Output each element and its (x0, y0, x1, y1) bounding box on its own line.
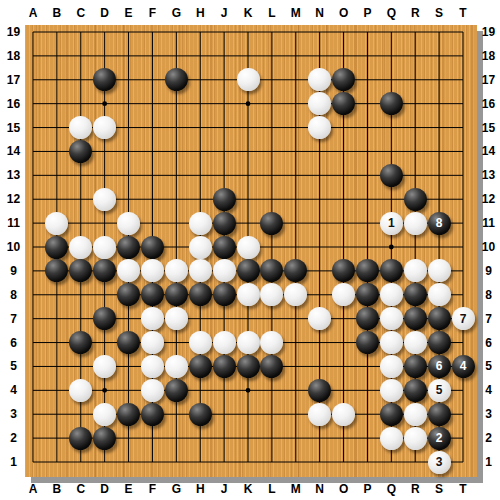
intersection-D13[interactable] (93, 163, 117, 187)
intersection-H19[interactable] (188, 20, 212, 44)
intersection-N10[interactable] (308, 235, 332, 259)
intersection-C12[interactable] (69, 187, 93, 211)
intersection-K14[interactable] (236, 139, 260, 163)
intersection-L1[interactable] (260, 450, 284, 474)
intersection-S4[interactable]: 5 (427, 378, 451, 402)
intersection-B16[interactable] (45, 92, 69, 116)
intersection-Q3[interactable] (379, 402, 403, 426)
intersection-C8[interactable] (69, 283, 93, 307)
intersection-D16[interactable] (93, 92, 117, 116)
intersection-B14[interactable] (45, 139, 69, 163)
intersection-H12[interactable] (188, 187, 212, 211)
intersection-M13[interactable] (284, 163, 308, 187)
intersection-H5[interactable] (188, 354, 212, 378)
intersection-A4[interactable] (21, 378, 45, 402)
intersection-E10[interactable] (117, 235, 141, 259)
intersection-M18[interactable] (284, 44, 308, 68)
intersection-A17[interactable] (21, 68, 45, 92)
intersection-B9[interactable] (45, 259, 69, 283)
intersection-Q19[interactable] (379, 20, 403, 44)
intersection-K15[interactable] (236, 116, 260, 140)
intersection-Q14[interactable] (379, 139, 403, 163)
intersection-H3[interactable] (188, 402, 212, 426)
intersection-Q16[interactable] (379, 92, 403, 116)
intersection-K11[interactable] (236, 211, 260, 235)
intersection-M17[interactable] (284, 68, 308, 92)
intersection-R14[interactable] (403, 139, 427, 163)
intersection-F17[interactable] (140, 68, 164, 92)
intersection-E15[interactable] (117, 116, 141, 140)
intersection-D10[interactable] (93, 235, 117, 259)
intersection-C18[interactable] (69, 44, 93, 68)
intersection-S17[interactable] (427, 68, 451, 92)
intersection-S12[interactable] (427, 187, 451, 211)
intersection-R5[interactable] (403, 354, 427, 378)
intersection-N16[interactable] (308, 92, 332, 116)
intersection-N11[interactable] (308, 211, 332, 235)
intersection-N17[interactable] (308, 68, 332, 92)
intersection-J10[interactable] (212, 235, 236, 259)
intersection-Q13[interactable] (379, 163, 403, 187)
intersection-F19[interactable] (140, 20, 164, 44)
intersection-L4[interactable] (260, 378, 284, 402)
intersection-B4[interactable] (45, 378, 69, 402)
intersection-O1[interactable] (332, 450, 356, 474)
intersection-O11[interactable] (332, 211, 356, 235)
intersection-Q8[interactable] (379, 283, 403, 307)
intersection-O3[interactable] (332, 402, 356, 426)
intersection-N6[interactable] (308, 331, 332, 355)
intersection-G1[interactable] (164, 450, 188, 474)
intersection-N1[interactable] (308, 450, 332, 474)
intersection-S8[interactable] (427, 283, 451, 307)
intersection-M10[interactable] (284, 235, 308, 259)
intersection-T13[interactable] (451, 163, 475, 187)
intersection-G18[interactable] (164, 44, 188, 68)
intersection-C17[interactable] (69, 68, 93, 92)
intersection-T19[interactable] (451, 20, 475, 44)
intersection-M11[interactable] (284, 211, 308, 235)
intersection-C7[interactable] (69, 307, 93, 331)
intersection-Q5[interactable] (379, 354, 403, 378)
intersection-F11[interactable] (140, 211, 164, 235)
intersection-T17[interactable] (451, 68, 475, 92)
intersection-H1[interactable] (188, 450, 212, 474)
intersection-P9[interactable] (355, 259, 379, 283)
intersection-H16[interactable] (188, 92, 212, 116)
intersection-K19[interactable] (236, 20, 260, 44)
intersection-D1[interactable] (93, 450, 117, 474)
intersection-M15[interactable] (284, 116, 308, 140)
intersection-F3[interactable] (140, 402, 164, 426)
intersection-B12[interactable] (45, 187, 69, 211)
intersection-S13[interactable] (427, 163, 451, 187)
intersection-O10[interactable] (332, 235, 356, 259)
intersection-N5[interactable] (308, 354, 332, 378)
intersection-P12[interactable] (355, 187, 379, 211)
intersection-D18[interactable] (93, 44, 117, 68)
intersection-B2[interactable] (45, 426, 69, 450)
intersection-D17[interactable] (93, 68, 117, 92)
intersection-H9[interactable] (188, 259, 212, 283)
intersection-E3[interactable] (117, 402, 141, 426)
intersection-P10[interactable] (355, 235, 379, 259)
intersection-M7[interactable] (284, 307, 308, 331)
intersection-B18[interactable] (45, 44, 69, 68)
intersection-E5[interactable] (117, 354, 141, 378)
intersection-T1[interactable] (451, 450, 475, 474)
intersection-H7[interactable] (188, 307, 212, 331)
intersection-S1[interactable]: 3 (427, 450, 451, 474)
intersection-C3[interactable] (69, 402, 93, 426)
intersection-G5[interactable] (164, 354, 188, 378)
intersection-E9[interactable] (117, 259, 141, 283)
intersection-K2[interactable] (236, 426, 260, 450)
intersection-B10[interactable] (45, 235, 69, 259)
intersection-G14[interactable] (164, 139, 188, 163)
intersection-B13[interactable] (45, 163, 69, 187)
intersection-N3[interactable] (308, 402, 332, 426)
intersection-T12[interactable] (451, 187, 475, 211)
intersection-E16[interactable] (117, 92, 141, 116)
intersection-J12[interactable] (212, 187, 236, 211)
intersection-H2[interactable] (188, 426, 212, 450)
intersection-T5[interactable]: 4 (451, 354, 475, 378)
intersection-N4[interactable] (308, 378, 332, 402)
intersection-M2[interactable] (284, 426, 308, 450)
intersection-R15[interactable] (403, 116, 427, 140)
intersection-A5[interactable] (21, 354, 45, 378)
intersection-H10[interactable] (188, 235, 212, 259)
intersection-H4[interactable] (188, 378, 212, 402)
intersection-E11[interactable] (117, 211, 141, 235)
intersection-K12[interactable] (236, 187, 260, 211)
intersection-Q11[interactable]: 1 (379, 211, 403, 235)
intersection-C11[interactable] (69, 211, 93, 235)
intersection-A6[interactable] (21, 331, 45, 355)
intersection-F18[interactable] (140, 44, 164, 68)
intersection-H18[interactable] (188, 44, 212, 68)
intersection-P19[interactable] (355, 20, 379, 44)
intersection-P13[interactable] (355, 163, 379, 187)
intersection-L15[interactable] (260, 116, 284, 140)
intersection-C15[interactable] (69, 116, 93, 140)
intersection-O2[interactable] (332, 426, 356, 450)
intersection-C1[interactable] (69, 450, 93, 474)
intersection-M14[interactable] (284, 139, 308, 163)
intersection-F7[interactable] (140, 307, 164, 331)
intersection-P3[interactable] (355, 402, 379, 426)
intersection-L17[interactable] (260, 68, 284, 92)
intersection-T2[interactable] (451, 426, 475, 450)
intersection-P17[interactable] (355, 68, 379, 92)
intersection-K1[interactable] (236, 450, 260, 474)
intersection-K18[interactable] (236, 44, 260, 68)
intersection-E14[interactable] (117, 139, 141, 163)
intersection-C16[interactable] (69, 92, 93, 116)
intersection-E19[interactable] (117, 20, 141, 44)
intersection-H17[interactable] (188, 68, 212, 92)
intersection-C5[interactable] (69, 354, 93, 378)
intersection-J4[interactable] (212, 378, 236, 402)
intersection-R12[interactable] (403, 187, 427, 211)
intersection-F4[interactable] (140, 378, 164, 402)
intersection-Q9[interactable] (379, 259, 403, 283)
intersection-T8[interactable] (451, 283, 475, 307)
intersection-E13[interactable] (117, 163, 141, 187)
intersection-S15[interactable] (427, 116, 451, 140)
intersection-G7[interactable] (164, 307, 188, 331)
intersection-N19[interactable] (308, 20, 332, 44)
intersection-C4[interactable] (69, 378, 93, 402)
intersection-M5[interactable] (284, 354, 308, 378)
intersection-T7[interactable]: 7 (451, 307, 475, 331)
intersection-P15[interactable] (355, 116, 379, 140)
intersection-G9[interactable] (164, 259, 188, 283)
intersection-T10[interactable] (451, 235, 475, 259)
intersection-N2[interactable] (308, 426, 332, 450)
intersection-G19[interactable] (164, 20, 188, 44)
intersection-S19[interactable] (427, 20, 451, 44)
intersection-F6[interactable] (140, 331, 164, 355)
intersection-D6[interactable] (93, 331, 117, 355)
intersection-M12[interactable] (284, 187, 308, 211)
intersection-J1[interactable] (212, 450, 236, 474)
intersection-L16[interactable] (260, 92, 284, 116)
intersection-H11[interactable] (188, 211, 212, 235)
intersection-P11[interactable] (355, 211, 379, 235)
intersection-D9[interactable] (93, 259, 117, 283)
intersection-L7[interactable] (260, 307, 284, 331)
intersection-J15[interactable] (212, 116, 236, 140)
intersection-D12[interactable] (93, 187, 117, 211)
intersection-D4[interactable] (93, 378, 117, 402)
intersection-O9[interactable] (332, 259, 356, 283)
intersection-F5[interactable] (140, 354, 164, 378)
intersection-Q4[interactable] (379, 378, 403, 402)
intersection-L2[interactable] (260, 426, 284, 450)
intersection-G3[interactable] (164, 402, 188, 426)
intersection-R18[interactable] (403, 44, 427, 68)
intersection-L10[interactable] (260, 235, 284, 259)
intersection-M4[interactable] (284, 378, 308, 402)
intersection-J13[interactable] (212, 163, 236, 187)
intersection-O19[interactable] (332, 20, 356, 44)
intersection-A14[interactable] (21, 139, 45, 163)
intersection-A9[interactable] (21, 259, 45, 283)
intersection-F13[interactable] (140, 163, 164, 187)
intersection-E8[interactable] (117, 283, 141, 307)
intersection-F9[interactable] (140, 259, 164, 283)
intersection-O15[interactable] (332, 116, 356, 140)
intersection-G15[interactable] (164, 116, 188, 140)
intersection-F15[interactable] (140, 116, 164, 140)
intersection-J6[interactable] (212, 331, 236, 355)
intersection-P1[interactable] (355, 450, 379, 474)
intersection-P8[interactable] (355, 283, 379, 307)
intersection-A7[interactable] (21, 307, 45, 331)
intersection-D8[interactable] (93, 283, 117, 307)
intersection-T4[interactable] (451, 378, 475, 402)
intersection-L3[interactable] (260, 402, 284, 426)
intersection-P6[interactable] (355, 331, 379, 355)
intersection-M19[interactable] (284, 20, 308, 44)
intersection-O17[interactable] (332, 68, 356, 92)
intersection-M8[interactable] (284, 283, 308, 307)
intersection-A19[interactable] (21, 20, 45, 44)
intersection-M1[interactable] (284, 450, 308, 474)
intersection-R11[interactable] (403, 211, 427, 235)
intersection-C9[interactable] (69, 259, 93, 283)
intersection-S11[interactable]: 8 (427, 211, 451, 235)
intersection-S6[interactable] (427, 331, 451, 355)
intersection-A1[interactable] (21, 450, 45, 474)
intersection-J8[interactable] (212, 283, 236, 307)
intersection-C2[interactable] (69, 426, 93, 450)
intersection-E18[interactable] (117, 44, 141, 68)
intersection-R4[interactable] (403, 378, 427, 402)
intersection-O12[interactable] (332, 187, 356, 211)
intersection-B6[interactable] (45, 331, 69, 355)
intersection-R9[interactable] (403, 259, 427, 283)
intersection-B11[interactable] (45, 211, 69, 235)
intersection-E2[interactable] (117, 426, 141, 450)
intersection-T9[interactable] (451, 259, 475, 283)
intersection-C14[interactable] (69, 139, 93, 163)
intersection-A10[interactable] (21, 235, 45, 259)
intersection-R8[interactable] (403, 283, 427, 307)
intersection-L9[interactable] (260, 259, 284, 283)
intersection-B19[interactable] (45, 20, 69, 44)
intersection-G8[interactable] (164, 283, 188, 307)
intersection-D3[interactable] (93, 402, 117, 426)
intersection-M3[interactable] (284, 402, 308, 426)
intersection-B1[interactable] (45, 450, 69, 474)
intersection-T16[interactable] (451, 92, 475, 116)
intersection-H13[interactable] (188, 163, 212, 187)
intersection-G10[interactable] (164, 235, 188, 259)
intersection-L19[interactable] (260, 20, 284, 44)
intersection-K16[interactable] (236, 92, 260, 116)
intersection-O14[interactable] (332, 139, 356, 163)
intersection-A2[interactable] (21, 426, 45, 450)
intersection-K9[interactable] (236, 259, 260, 283)
intersection-Q2[interactable] (379, 426, 403, 450)
intersection-M16[interactable] (284, 92, 308, 116)
intersection-R10[interactable] (403, 235, 427, 259)
intersection-F8[interactable] (140, 283, 164, 307)
intersection-J18[interactable] (212, 44, 236, 68)
intersection-A8[interactable] (21, 283, 45, 307)
intersection-E6[interactable] (117, 331, 141, 355)
intersection-H15[interactable] (188, 116, 212, 140)
intersection-N13[interactable] (308, 163, 332, 187)
intersection-D15[interactable] (93, 116, 117, 140)
intersection-O4[interactable] (332, 378, 356, 402)
intersection-B17[interactable] (45, 68, 69, 92)
intersection-S3[interactable] (427, 402, 451, 426)
intersection-R3[interactable] (403, 402, 427, 426)
intersection-F12[interactable] (140, 187, 164, 211)
intersection-N12[interactable] (308, 187, 332, 211)
intersection-D5[interactable] (93, 354, 117, 378)
intersection-N8[interactable] (308, 283, 332, 307)
intersection-S10[interactable] (427, 235, 451, 259)
intersection-E1[interactable] (117, 450, 141, 474)
intersection-E4[interactable] (117, 378, 141, 402)
intersection-E17[interactable] (117, 68, 141, 92)
intersection-Q7[interactable] (379, 307, 403, 331)
intersection-O18[interactable] (332, 44, 356, 68)
intersection-O8[interactable] (332, 283, 356, 307)
intersection-S2[interactable]: 2 (427, 426, 451, 450)
intersection-C19[interactable] (69, 20, 93, 44)
intersection-J9[interactable] (212, 259, 236, 283)
intersection-K7[interactable] (236, 307, 260, 331)
intersection-H6[interactable] (188, 331, 212, 355)
intersection-R2[interactable] (403, 426, 427, 450)
intersection-O6[interactable] (332, 331, 356, 355)
intersection-P2[interactable] (355, 426, 379, 450)
intersection-J7[interactable] (212, 307, 236, 331)
intersection-C10[interactable] (69, 235, 93, 259)
intersection-O16[interactable] (332, 92, 356, 116)
intersection-G11[interactable] (164, 211, 188, 235)
intersection-O5[interactable] (332, 354, 356, 378)
intersection-Q17[interactable] (379, 68, 403, 92)
intersection-N14[interactable] (308, 139, 332, 163)
intersection-S14[interactable] (427, 139, 451, 163)
intersection-P18[interactable] (355, 44, 379, 68)
intersection-F2[interactable] (140, 426, 164, 450)
intersection-D14[interactable] (93, 139, 117, 163)
intersection-L13[interactable] (260, 163, 284, 187)
intersection-K13[interactable] (236, 163, 260, 187)
intersection-K6[interactable] (236, 331, 260, 355)
intersection-T3[interactable] (451, 402, 475, 426)
intersection-D19[interactable] (93, 20, 117, 44)
intersection-P7[interactable] (355, 307, 379, 331)
intersection-F10[interactable] (140, 235, 164, 259)
intersection-J5[interactable] (212, 354, 236, 378)
intersection-A12[interactable] (21, 187, 45, 211)
intersection-J3[interactable] (212, 402, 236, 426)
intersection-G2[interactable] (164, 426, 188, 450)
intersection-M9[interactable] (284, 259, 308, 283)
intersection-Q18[interactable] (379, 44, 403, 68)
intersection-K10[interactable] (236, 235, 260, 259)
intersection-L8[interactable] (260, 283, 284, 307)
intersection-B8[interactable] (45, 283, 69, 307)
intersection-Q1[interactable] (379, 450, 403, 474)
intersection-A13[interactable] (21, 163, 45, 187)
intersection-J2[interactable] (212, 426, 236, 450)
intersection-A16[interactable] (21, 92, 45, 116)
intersection-D11[interactable] (93, 211, 117, 235)
intersection-S9[interactable] (427, 259, 451, 283)
intersection-C6[interactable] (69, 331, 93, 355)
intersection-R7[interactable] (403, 307, 427, 331)
intersection-L6[interactable] (260, 331, 284, 355)
intersection-L5[interactable] (260, 354, 284, 378)
intersection-T6[interactable] (451, 331, 475, 355)
intersection-J17[interactable] (212, 68, 236, 92)
intersection-K8[interactable] (236, 283, 260, 307)
intersection-G4[interactable] (164, 378, 188, 402)
intersection-G16[interactable] (164, 92, 188, 116)
intersection-R6[interactable] (403, 331, 427, 355)
intersection-B7[interactable] (45, 307, 69, 331)
